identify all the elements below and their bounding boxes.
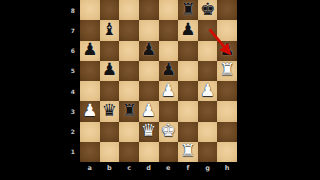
square-h5[interactable]: ♜: [217, 61, 237, 81]
piece-white-rook-h5[interactable]: ♜: [220, 61, 235, 78]
square-g1[interactable]: [198, 142, 218, 162]
rank-label-8: 8: [64, 0, 78, 20]
square-d6[interactable]: ♟: [139, 41, 159, 61]
rank-labels: 87654321: [64, 0, 78, 162]
square-b1[interactable]: [100, 142, 120, 162]
rank-label-4: 4: [64, 81, 78, 101]
square-d1[interactable]: [139, 142, 159, 162]
piece-white-pawn-a3[interactable]: ♟: [82, 102, 97, 119]
square-d3[interactable]: ♟: [139, 101, 159, 121]
square-h6[interactable]: ♟: [217, 41, 237, 61]
file-label-d: d: [139, 162, 159, 178]
square-c2[interactable]: [119, 122, 139, 142]
square-g3[interactable]: [198, 101, 218, 121]
square-b5[interactable]: ♟: [100, 61, 120, 81]
square-g7[interactable]: [198, 20, 218, 40]
piece-black-queen-b3[interactable]: ♛: [102, 102, 117, 119]
square-f2[interactable]: [178, 122, 198, 142]
square-d2[interactable]: ♛: [139, 122, 159, 142]
piece-black-rook-c3[interactable]: ♜: [121, 102, 136, 119]
file-labels: abcdefgh: [80, 162, 237, 178]
square-g6[interactable]: [198, 41, 218, 61]
square-h7[interactable]: [217, 20, 237, 40]
rank-label-2: 2: [64, 122, 78, 142]
square-c7[interactable]: [119, 20, 139, 40]
square-c6[interactable]: [119, 41, 139, 61]
square-f5[interactable]: [178, 61, 198, 81]
square-f6[interactable]: [178, 41, 198, 61]
square-f8[interactable]: ♜: [178, 0, 198, 20]
square-f3[interactable]: [178, 101, 198, 121]
square-c5[interactable]: [119, 61, 139, 81]
piece-white-pawn-d3[interactable]: ♟: [141, 102, 156, 119]
file-label-c: c: [119, 162, 139, 178]
square-b6[interactable]: [100, 41, 120, 61]
square-e5[interactable]: ♟: [159, 61, 179, 81]
square-c8[interactable]: [119, 0, 139, 20]
file-label-f: f: [178, 162, 198, 178]
square-b8[interactable]: [100, 0, 120, 20]
chessboard-stage: 87654321 ♜♚♝♟♟♟♟♟♟♜♟♟♟♛♜♟♛♚♜ abcdefgh: [0, 0, 320, 180]
square-a8[interactable]: [80, 0, 100, 20]
square-d8[interactable]: [139, 0, 159, 20]
piece-black-king-g8[interactable]: ♚: [200, 1, 215, 18]
file-label-e: e: [159, 162, 179, 178]
square-g2[interactable]: [198, 122, 218, 142]
rank-label-3: 3: [64, 101, 78, 121]
square-d5[interactable]: [139, 61, 159, 81]
square-a6[interactable]: ♟: [80, 41, 100, 61]
piece-black-rook-f8[interactable]: ♜: [180, 1, 195, 18]
piece-white-pawn-g4[interactable]: ♟: [200, 82, 215, 99]
square-e6[interactable]: [159, 41, 179, 61]
square-c1[interactable]: [119, 142, 139, 162]
square-d7[interactable]: [139, 20, 159, 40]
piece-white-queen-d2[interactable]: ♛: [141, 122, 156, 139]
square-h4[interactable]: [217, 81, 237, 101]
piece-black-pawn-d6[interactable]: ♟: [141, 41, 156, 58]
piece-black-bishop-b7[interactable]: ♝: [102, 21, 117, 38]
square-b4[interactable]: [100, 81, 120, 101]
square-d4[interactable]: [139, 81, 159, 101]
square-c3[interactable]: ♜: [119, 101, 139, 121]
rank-label-1: 1: [64, 142, 78, 162]
square-e2[interactable]: ♚: [159, 122, 179, 142]
square-a4[interactable]: [80, 81, 100, 101]
rank-label-5: 5: [64, 61, 78, 81]
piece-black-pawn-a6[interactable]: ♟: [82, 41, 97, 58]
square-e1[interactable]: [159, 142, 179, 162]
rank-label-7: 7: [64, 20, 78, 40]
file-label-g: g: [198, 162, 218, 178]
file-label-b: b: [100, 162, 120, 178]
square-b2[interactable]: [100, 122, 120, 142]
piece-black-pawn-e5[interactable]: ♟: [161, 61, 176, 78]
piece-white-rook-f1[interactable]: ♜: [180, 142, 195, 159]
square-f4[interactable]: [178, 81, 198, 101]
square-h1[interactable]: [217, 142, 237, 162]
square-e3[interactable]: [159, 101, 179, 121]
square-b3[interactable]: ♛: [100, 101, 120, 121]
square-a5[interactable]: [80, 61, 100, 81]
square-e7[interactable]: [159, 20, 179, 40]
square-a2[interactable]: [80, 122, 100, 142]
square-b7[interactable]: ♝: [100, 20, 120, 40]
square-f1[interactable]: ♜: [178, 142, 198, 162]
square-a1[interactable]: [80, 142, 100, 162]
square-a7[interactable]: [80, 20, 100, 40]
square-g8[interactable]: ♚: [198, 0, 218, 20]
square-g5[interactable]: [198, 61, 218, 81]
piece-white-king-e2[interactable]: ♚: [161, 122, 176, 139]
square-e8[interactable]: [159, 0, 179, 20]
rank-label-6: 6: [64, 41, 78, 61]
square-e4[interactable]: ♟: [159, 81, 179, 101]
chess-board: ♜♚♝♟♟♟♟♟♟♜♟♟♟♛♜♟♛♚♜: [80, 0, 237, 162]
piece-black-pawn-f7[interactable]: ♟: [180, 21, 195, 38]
file-label-a: a: [80, 162, 100, 178]
square-g4[interactable]: ♟: [198, 81, 218, 101]
square-f7[interactable]: ♟: [178, 20, 198, 40]
square-h8[interactable]: [217, 0, 237, 20]
square-h2[interactable]: [217, 122, 237, 142]
square-c4[interactable]: [119, 81, 139, 101]
piece-black-pawn-b5[interactable]: ♟: [102, 61, 117, 78]
square-a3[interactable]: ♟: [80, 101, 100, 121]
piece-black-pawn-h6[interactable]: ♟: [220, 41, 235, 58]
square-h3[interactable]: [217, 101, 237, 121]
file-label-h: h: [217, 162, 237, 178]
piece-white-pawn-e4[interactable]: ♟: [161, 82, 176, 99]
